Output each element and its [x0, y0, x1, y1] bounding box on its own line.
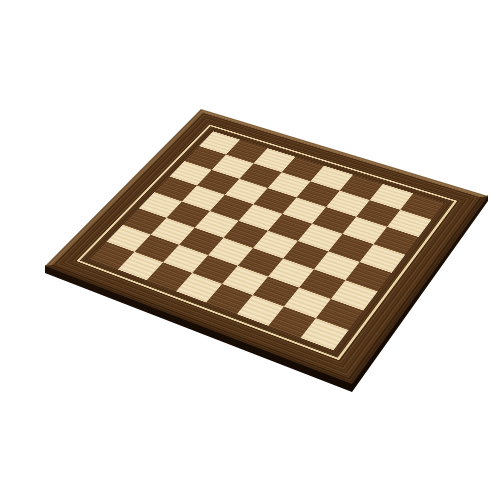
chessboard [45, 109, 488, 384]
board-perspective-wrap [45, 109, 488, 384]
product-photo-scene [0, 0, 500, 500]
